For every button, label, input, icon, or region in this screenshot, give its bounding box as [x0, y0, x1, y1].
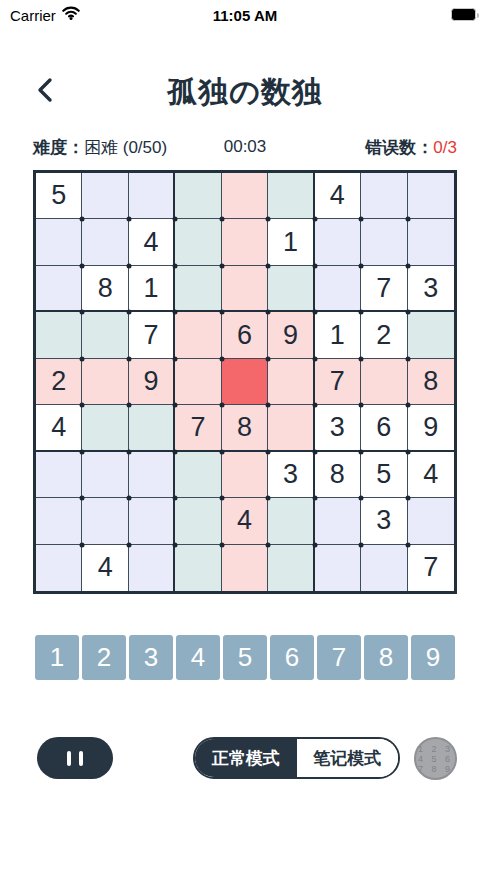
cell-r6c4[interactable]: 7: [175, 405, 221, 451]
pause-icon: [67, 751, 71, 766]
note-hint-digits: 7 8 9: [418, 764, 453, 774]
cell-r1c4[interactable]: [175, 173, 221, 219]
cell-r2c1[interactable]: [36, 219, 82, 265]
cell-r5c6[interactable]: [268, 359, 314, 405]
number-pad: 123456789: [35, 635, 455, 680]
cell-r1c9[interactable]: [408, 173, 454, 219]
cell-r8c1[interactable]: [36, 498, 82, 544]
cell-r4c5[interactable]: 6: [222, 312, 268, 358]
cell-r8c8[interactable]: 3: [361, 498, 407, 544]
header: 孤独の数独: [0, 68, 490, 114]
cell-r4c9[interactable]: [408, 312, 454, 358]
cell-r6c3[interactable]: [129, 405, 175, 451]
cell-r8c2[interactable]: [82, 498, 128, 544]
numpad-button-1[interactable]: 1: [35, 635, 79, 680]
pause-button[interactable]: [37, 737, 113, 779]
cell-r6c8[interactable]: 6: [361, 405, 407, 451]
cell-r8c6[interactable]: [268, 498, 314, 544]
cell-r7c5[interactable]: [222, 452, 268, 498]
numpad-button-3[interactable]: 3: [129, 635, 173, 680]
cell-r8c7[interactable]: [315, 498, 361, 544]
cell-r3c9[interactable]: 3: [408, 266, 454, 312]
cell-r2c8[interactable]: [361, 219, 407, 265]
note-hint-digits: 4 5 6: [418, 754, 453, 764]
errors-label: 错误数：: [365, 138, 433, 157]
cell-r4c8[interactable]: 2: [361, 312, 407, 358]
cell-r6c6[interactable]: [268, 405, 314, 451]
sudoku-board: 5441817376912297847836938544347: [33, 170, 457, 594]
cell-r9c2[interactable]: 4: [82, 545, 128, 591]
cell-r7c3[interactable]: [129, 452, 175, 498]
cell-r2c3[interactable]: 4: [129, 219, 175, 265]
cell-r7c1[interactable]: [36, 452, 82, 498]
info-bar: 难度：困难 (0/50) 00:03 错误数：0/3: [33, 136, 457, 160]
cell-r9c9[interactable]: 7: [408, 545, 454, 591]
cell-r4c3[interactable]: 7: [129, 312, 175, 358]
cell-r1c6[interactable]: [268, 173, 314, 219]
numpad-button-9[interactable]: 9: [411, 635, 455, 680]
cell-r2c9[interactable]: [408, 219, 454, 265]
cell-r7c6[interactable]: 3: [268, 452, 314, 498]
cell-r3c8[interactable]: 7: [361, 266, 407, 312]
cell-r6c2[interactable]: [82, 405, 128, 451]
cell-r1c3[interactable]: [129, 173, 175, 219]
cell-r9c1[interactable]: [36, 545, 82, 591]
cell-r9c6[interactable]: [268, 545, 314, 591]
numpad-button-5[interactable]: 5: [223, 635, 267, 680]
cell-r2c5[interactable]: [222, 219, 268, 265]
cell-r6c1[interactable]: 4: [36, 405, 82, 451]
cell-r4c2[interactable]: [82, 312, 128, 358]
cell-r1c8[interactable]: [361, 173, 407, 219]
cell-r3c6[interactable]: [268, 266, 314, 312]
cell-r5c4[interactable]: [175, 359, 221, 405]
cell-r7c8[interactable]: 5: [361, 452, 407, 498]
numpad-button-6[interactable]: 6: [270, 635, 314, 680]
cell-r8c5[interactable]: 4: [222, 498, 268, 544]
error-counter: 错误数：0/3: [365, 136, 457, 159]
cell-r1c1[interactable]: 5: [36, 173, 82, 219]
cell-r7c7[interactable]: 8: [315, 452, 361, 498]
cell-r4c1[interactable]: [36, 312, 82, 358]
cell-r6c5[interactable]: 8: [222, 405, 268, 451]
timer: 00:03: [224, 137, 267, 156]
cell-r3c3[interactable]: 1: [129, 266, 175, 312]
cell-r5c3[interactable]: 9: [129, 359, 175, 405]
numpad-button-8[interactable]: 8: [364, 635, 408, 680]
clock: 11:05 AM: [0, 7, 490, 24]
mode-toggle: 正常模式 笔记模式: [193, 737, 400, 779]
cell-r1c2[interactable]: [82, 173, 128, 219]
numpad-button-7[interactable]: 7: [317, 635, 361, 680]
cell-r4c4[interactable]: [175, 312, 221, 358]
status-bar: Carrier 11:05 AM: [0, 0, 490, 30]
cell-r2c2[interactable]: [82, 219, 128, 265]
numpad-button-4[interactable]: 4: [176, 635, 220, 680]
cell-r7c2[interactable]: [82, 452, 128, 498]
page-title: 孤独の数独: [0, 72, 490, 113]
cell-r3c5[interactable]: [222, 266, 268, 312]
app-screen: Carrier 11:05 AM 孤独の数独: [0, 0, 490, 876]
cell-r7c4[interactable]: [175, 452, 221, 498]
cell-r5c8[interactable]: [361, 359, 407, 405]
cell-r4c7[interactable]: 1: [315, 312, 361, 358]
cell-r8c4[interactable]: [175, 498, 221, 544]
cell-r9c8[interactable]: [361, 545, 407, 591]
cell-r5c5[interactable]: [222, 359, 268, 405]
cell-r9c3[interactable]: [129, 545, 175, 591]
cell-r4c6[interactable]: 9: [268, 312, 314, 358]
bottom-controls: 正常模式 笔记模式 1 2 3 4 5 6 7 8 9: [0, 737, 490, 781]
note-hint-digits: 1 2 3: [418, 744, 453, 754]
cell-r1c7[interactable]: 4: [315, 173, 361, 219]
cell-r8c3[interactable]: [129, 498, 175, 544]
note-mode-button[interactable]: 笔记模式: [297, 739, 399, 777]
cell-r3c1[interactable]: [36, 266, 82, 312]
cell-r5c2[interactable]: [82, 359, 128, 405]
cell-r9c4[interactable]: [175, 545, 221, 591]
cell-r1c5[interactable]: [222, 173, 268, 219]
cell-r5c7[interactable]: 7: [315, 359, 361, 405]
cell-r9c7[interactable]: [315, 545, 361, 591]
cell-r2c4[interactable]: [175, 219, 221, 265]
cell-r2c6[interactable]: 1: [268, 219, 314, 265]
cell-r5c1[interactable]: 2: [36, 359, 82, 405]
errors-value: 0/3: [433, 138, 457, 157]
numpad-button-2[interactable]: 2: [82, 635, 126, 680]
cell-r8c9[interactable]: [408, 498, 454, 544]
cell-r7c9[interactable]: 4: [408, 452, 454, 498]
cell-r3c2[interactable]: 8: [82, 266, 128, 312]
cell-r9c5[interactable]: [222, 545, 268, 591]
cell-r6c9[interactable]: 9: [408, 405, 454, 451]
note-hint-button[interactable]: 1 2 3 4 5 6 7 8 9: [414, 737, 457, 780]
cell-r3c7[interactable]: [315, 266, 361, 312]
cell-r3c4[interactable]: [175, 266, 221, 312]
battery-icon: [451, 8, 476, 21]
cell-r6c7[interactable]: 3: [315, 405, 361, 451]
pause-icon: [79, 751, 83, 766]
cell-r5c9[interactable]: 8: [408, 359, 454, 405]
normal-mode-button[interactable]: 正常模式: [195, 739, 297, 777]
cell-r2c7[interactable]: [315, 219, 361, 265]
